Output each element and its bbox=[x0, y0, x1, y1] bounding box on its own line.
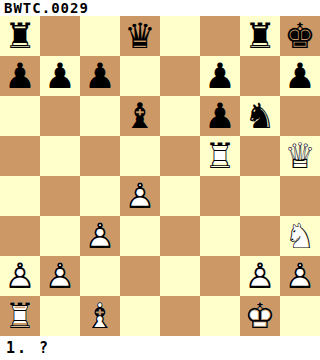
square-a2[interactable]: ♟♙ bbox=[0, 256, 40, 296]
piece-outline-layer: ♙ bbox=[280, 256, 320, 296]
piece-body-layer: ♟ bbox=[200, 56, 240, 96]
square-e3[interactable] bbox=[160, 216, 200, 256]
black-pawn-icon[interactable]: ♟ bbox=[80, 56, 120, 96]
square-c4[interactable] bbox=[80, 176, 120, 216]
white-queen-icon[interactable]: ♛♕ bbox=[280, 136, 320, 176]
square-f1[interactable] bbox=[200, 296, 240, 336]
square-c2[interactable] bbox=[80, 256, 120, 296]
square-d3[interactable] bbox=[120, 216, 160, 256]
black-rook-icon[interactable]: ♜ bbox=[0, 16, 40, 56]
piece-body-layer: ♚ bbox=[280, 16, 320, 56]
move-prompt: 1. ? bbox=[6, 338, 50, 360]
square-a3[interactable] bbox=[0, 216, 40, 256]
piece-outline-layer: ♗ bbox=[80, 296, 120, 336]
piece-outline-layer: ♘ bbox=[280, 216, 320, 256]
square-d7[interactable] bbox=[120, 56, 160, 96]
square-c8[interactable] bbox=[80, 16, 120, 56]
square-g7[interactable] bbox=[240, 56, 280, 96]
square-c5[interactable] bbox=[80, 136, 120, 176]
square-g3[interactable] bbox=[240, 216, 280, 256]
white-pawn-icon[interactable]: ♟♙ bbox=[240, 256, 280, 296]
square-a7[interactable]: ♟ bbox=[0, 56, 40, 96]
square-g2[interactable]: ♟♙ bbox=[240, 256, 280, 296]
square-a5[interactable] bbox=[0, 136, 40, 176]
white-rook-icon[interactable]: ♜♖ bbox=[200, 136, 240, 176]
piece-body-layer: ♛ bbox=[120, 16, 160, 56]
white-pawn-icon[interactable]: ♟♙ bbox=[120, 176, 160, 216]
square-e7[interactable] bbox=[160, 56, 200, 96]
black-pawn-icon[interactable]: ♟ bbox=[40, 56, 80, 96]
piece-outline-layer: ♖ bbox=[200, 136, 240, 176]
square-b2[interactable]: ♟♙ bbox=[40, 256, 80, 296]
square-e2[interactable] bbox=[160, 256, 200, 296]
white-pawn-icon[interactable]: ♟♙ bbox=[80, 216, 120, 256]
black-knight-icon[interactable]: ♞ bbox=[240, 96, 280, 136]
piece-body-layer: ♟ bbox=[40, 56, 80, 96]
black-pawn-icon[interactable]: ♟ bbox=[0, 56, 40, 96]
square-e8[interactable] bbox=[160, 16, 200, 56]
black-pawn-icon[interactable]: ♟ bbox=[200, 96, 240, 136]
square-f3[interactable] bbox=[200, 216, 240, 256]
square-e4[interactable] bbox=[160, 176, 200, 216]
white-king-icon[interactable]: ♚♔ bbox=[240, 296, 280, 336]
square-e5[interactable] bbox=[160, 136, 200, 176]
piece-body-layer: ♟ bbox=[80, 56, 120, 96]
piece-body-layer: ♝ bbox=[120, 96, 160, 136]
square-e6[interactable] bbox=[160, 96, 200, 136]
piece-body-layer: ♟ bbox=[280, 56, 320, 96]
white-pawn-icon[interactable]: ♟♙ bbox=[0, 256, 40, 296]
square-h1[interactable] bbox=[280, 296, 320, 336]
square-c1[interactable]: ♝♗ bbox=[80, 296, 120, 336]
square-a8[interactable]: ♜ bbox=[0, 16, 40, 56]
square-c6[interactable] bbox=[80, 96, 120, 136]
white-knight-icon[interactable]: ♞♘ bbox=[280, 216, 320, 256]
piece-outline-layer: ♙ bbox=[240, 256, 280, 296]
square-b7[interactable]: ♟ bbox=[40, 56, 80, 96]
square-e1[interactable] bbox=[160, 296, 200, 336]
black-pawn-icon[interactable]: ♟ bbox=[280, 56, 320, 96]
square-f6[interactable]: ♟ bbox=[200, 96, 240, 136]
square-d2[interactable] bbox=[120, 256, 160, 296]
square-f5[interactable]: ♜♖ bbox=[200, 136, 240, 176]
square-f7[interactable]: ♟ bbox=[200, 56, 240, 96]
piece-outline-layer: ♖ bbox=[0, 296, 40, 336]
square-b6[interactable] bbox=[40, 96, 80, 136]
square-a1[interactable]: ♜♖ bbox=[0, 296, 40, 336]
piece-outline-layer: ♔ bbox=[240, 296, 280, 336]
square-a4[interactable] bbox=[0, 176, 40, 216]
square-g1[interactable]: ♚♔ bbox=[240, 296, 280, 336]
square-g6[interactable]: ♞ bbox=[240, 96, 280, 136]
square-a6[interactable] bbox=[0, 96, 40, 136]
square-f2[interactable] bbox=[200, 256, 240, 296]
black-rook-icon[interactable]: ♜ bbox=[240, 16, 280, 56]
black-bishop-icon[interactable]: ♝ bbox=[120, 96, 160, 136]
piece-body-layer: ♜ bbox=[0, 16, 40, 56]
puzzle-id: BWTC.0029 bbox=[4, 0, 89, 16]
square-b4[interactable] bbox=[40, 176, 80, 216]
square-d1[interactable] bbox=[120, 296, 160, 336]
square-h8[interactable]: ♚ bbox=[280, 16, 320, 56]
square-c3[interactable]: ♟♙ bbox=[80, 216, 120, 256]
piece-body-layer: ♞ bbox=[240, 96, 280, 136]
piece-body-layer: ♟ bbox=[200, 96, 240, 136]
square-d5[interactable] bbox=[120, 136, 160, 176]
square-h4[interactable] bbox=[280, 176, 320, 216]
square-g5[interactable] bbox=[240, 136, 280, 176]
piece-outline-layer: ♙ bbox=[120, 176, 160, 216]
piece-outline-layer: ♙ bbox=[80, 216, 120, 256]
piece-outline-layer: ♙ bbox=[0, 256, 40, 296]
square-d8[interactable]: ♛ bbox=[120, 16, 160, 56]
black-pawn-icon[interactable]: ♟ bbox=[200, 56, 240, 96]
square-g8[interactable]: ♜ bbox=[240, 16, 280, 56]
square-b3[interactable] bbox=[40, 216, 80, 256]
piece-outline-layer: ♙ bbox=[40, 256, 80, 296]
square-d4[interactable]: ♟♙ bbox=[120, 176, 160, 216]
white-pawn-icon[interactable]: ♟♙ bbox=[280, 256, 320, 296]
square-c7[interactable]: ♟ bbox=[80, 56, 120, 96]
square-f8[interactable] bbox=[200, 16, 240, 56]
square-h6[interactable] bbox=[280, 96, 320, 136]
square-b8[interactable] bbox=[40, 16, 80, 56]
square-b1[interactable] bbox=[40, 296, 80, 336]
white-bishop-icon[interactable]: ♝♗ bbox=[80, 296, 120, 336]
piece-body-layer: ♟ bbox=[0, 56, 40, 96]
square-h5[interactable]: ♛♕ bbox=[280, 136, 320, 176]
square-b5[interactable] bbox=[40, 136, 80, 176]
piece-body-layer: ♜ bbox=[240, 16, 280, 56]
white-rook-icon[interactable]: ♜♖ bbox=[0, 296, 40, 336]
square-f4[interactable] bbox=[200, 176, 240, 216]
chess-board: ♜♛♜♚♟♟♟♟♟♝♟♞♜♖♛♕♟♙♟♙♞♘♟♙♟♙♟♙♟♙♜♖♝♗♚♔ bbox=[0, 16, 320, 336]
piece-outline-layer: ♕ bbox=[280, 136, 320, 176]
square-h2[interactable]: ♟♙ bbox=[280, 256, 320, 296]
square-h7[interactable]: ♟ bbox=[280, 56, 320, 96]
white-pawn-icon[interactable]: ♟♙ bbox=[40, 256, 80, 296]
black-queen-icon[interactable]: ♛ bbox=[120, 16, 160, 56]
black-king-icon[interactable]: ♚ bbox=[280, 16, 320, 56]
square-d6[interactable]: ♝ bbox=[120, 96, 160, 136]
square-g4[interactable] bbox=[240, 176, 280, 216]
square-h3[interactable]: ♞♘ bbox=[280, 216, 320, 256]
